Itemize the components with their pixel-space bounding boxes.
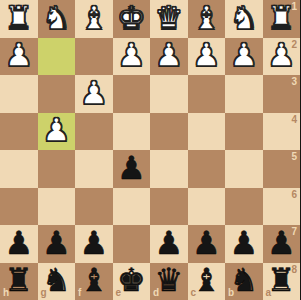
square-a6[interactable]: 6 xyxy=(263,188,301,226)
square-h7[interactable]: ♟ xyxy=(0,225,38,263)
square-e8[interactable]: ♚e xyxy=(113,263,151,300)
square-b3[interactable] xyxy=(225,75,263,113)
square-c6[interactable] xyxy=(188,188,226,226)
black-pawn[interactable]: ♟ xyxy=(192,227,221,259)
square-a3[interactable]: 3 xyxy=(263,75,301,113)
square-d8[interactable]: ♛d xyxy=(150,263,188,300)
file-label-b: b xyxy=(228,288,234,298)
white-bishop[interactable]: ♝ xyxy=(192,2,221,34)
square-a7[interactable]: ♟7 xyxy=(263,225,301,263)
square-c7[interactable]: ♟ xyxy=(188,225,226,263)
white-bishop[interactable]: ♝ xyxy=(79,2,108,34)
square-e7[interactable] xyxy=(113,225,151,263)
square-h6[interactable] xyxy=(0,188,38,226)
square-f1[interactable]: ♝ xyxy=(75,0,113,38)
file-label-d: d xyxy=(153,288,159,298)
file-label-h: h xyxy=(3,288,9,298)
rank-label-8: 8 xyxy=(291,265,297,275)
square-a5[interactable]: 5 xyxy=(263,150,301,188)
square-f6[interactable] xyxy=(75,188,113,226)
square-g6[interactable] xyxy=(38,188,76,226)
square-a4[interactable]: 4 xyxy=(263,113,301,151)
square-d6[interactable] xyxy=(150,188,188,226)
square-a2[interactable]: ♟2 xyxy=(263,38,301,76)
black-bishop[interactable]: ♝ xyxy=(192,264,221,296)
square-b4[interactable] xyxy=(225,113,263,151)
rank-label-2: 2 xyxy=(291,40,297,50)
rank-label-6: 6 xyxy=(291,190,297,200)
square-e4[interactable] xyxy=(113,113,151,151)
square-b8[interactable]: ♞b xyxy=(225,263,263,300)
square-d1[interactable]: ♛ xyxy=(150,0,188,38)
file-label-a: a xyxy=(266,288,272,298)
square-f8[interactable]: ♝f xyxy=(75,263,113,300)
square-g2[interactable] xyxy=(38,38,76,76)
square-g5[interactable] xyxy=(38,150,76,188)
chess-board: ♜♞♝♚♛♝♞♜1♟♟♟♟♟♟2♟3♟4♟56♟♟♟♟♟♟♟7♜h♞g♝f♚e♛… xyxy=(0,0,300,300)
square-g7[interactable]: ♟ xyxy=(38,225,76,263)
square-e5[interactable]: ♟ xyxy=(113,150,151,188)
square-a1[interactable]: ♜1 xyxy=(263,0,301,38)
square-b5[interactable] xyxy=(225,150,263,188)
black-pawn[interactable]: ♟ xyxy=(79,227,108,259)
black-pawn[interactable]: ♟ xyxy=(229,227,258,259)
square-h3[interactable] xyxy=(0,75,38,113)
square-h8[interactable]: ♜h xyxy=(0,263,38,300)
square-g1[interactable]: ♞ xyxy=(38,0,76,38)
square-e1[interactable]: ♚ xyxy=(113,0,151,38)
rank-label-4: 4 xyxy=(291,115,297,125)
square-h1[interactable]: ♜ xyxy=(0,0,38,38)
black-pawn[interactable]: ♟ xyxy=(4,227,33,259)
square-b2[interactable]: ♟ xyxy=(225,38,263,76)
square-e6[interactable] xyxy=(113,188,151,226)
rank-label-7: 7 xyxy=(291,227,297,237)
square-e3[interactable] xyxy=(113,75,151,113)
square-d2[interactable]: ♟ xyxy=(150,38,188,76)
white-king[interactable]: ♚ xyxy=(117,2,146,34)
square-c2[interactable]: ♟ xyxy=(188,38,226,76)
file-label-g: g xyxy=(41,288,47,298)
square-c5[interactable] xyxy=(188,150,226,188)
black-pawn[interactable]: ♟ xyxy=(42,227,71,259)
white-rook[interactable]: ♜ xyxy=(4,2,33,34)
white-pawn[interactable]: ♟ xyxy=(117,39,146,71)
square-h5[interactable] xyxy=(0,150,38,188)
square-d3[interactable] xyxy=(150,75,188,113)
square-c1[interactable]: ♝ xyxy=(188,0,226,38)
white-knight[interactable]: ♞ xyxy=(229,2,258,34)
rank-label-5: 5 xyxy=(291,152,297,162)
square-d5[interactable] xyxy=(150,150,188,188)
square-b7[interactable]: ♟ xyxy=(225,225,263,263)
square-h2[interactable]: ♟ xyxy=(0,38,38,76)
square-f7[interactable]: ♟ xyxy=(75,225,113,263)
square-d7[interactable]: ♟ xyxy=(150,225,188,263)
square-h4[interactable] xyxy=(0,113,38,151)
file-label-e: e xyxy=(116,288,122,298)
white-pawn[interactable]: ♟ xyxy=(229,39,258,71)
square-g3[interactable] xyxy=(38,75,76,113)
square-f3[interactable]: ♟ xyxy=(75,75,113,113)
square-b6[interactable] xyxy=(225,188,263,226)
white-pawn[interactable]: ♟ xyxy=(4,39,33,71)
square-b1[interactable]: ♞ xyxy=(225,0,263,38)
file-label-f: f xyxy=(78,288,81,298)
white-pawn[interactable]: ♟ xyxy=(192,39,221,71)
black-king[interactable]: ♚ xyxy=(117,264,146,296)
white-pawn[interactable]: ♟ xyxy=(154,39,183,71)
square-d4[interactable] xyxy=(150,113,188,151)
rank-label-1: 1 xyxy=(291,2,297,12)
square-f2[interactable] xyxy=(75,38,113,76)
square-c8[interactable]: ♝c xyxy=(188,263,226,300)
square-a8[interactable]: ♜8a xyxy=(263,263,301,300)
rank-label-3: 3 xyxy=(291,77,297,87)
square-g8[interactable]: ♞g xyxy=(38,263,76,300)
white-queen[interactable]: ♛ xyxy=(154,2,183,34)
square-g4[interactable]: ♟ xyxy=(38,113,76,151)
black-bishop[interactable]: ♝ xyxy=(79,264,108,296)
white-pawn[interactable]: ♟ xyxy=(79,77,108,109)
file-label-c: c xyxy=(191,288,197,298)
black-pawn[interactable]: ♟ xyxy=(154,227,183,259)
square-c3[interactable] xyxy=(188,75,226,113)
square-f5[interactable] xyxy=(75,150,113,188)
square-c4[interactable] xyxy=(188,113,226,151)
black-pawn[interactable]: ♟ xyxy=(117,152,146,184)
square-e2[interactable]: ♟ xyxy=(113,38,151,76)
white-pawn[interactable]: ♟ xyxy=(42,114,71,146)
white-knight[interactable]: ♞ xyxy=(42,2,71,34)
square-f4[interactable] xyxy=(75,113,113,151)
